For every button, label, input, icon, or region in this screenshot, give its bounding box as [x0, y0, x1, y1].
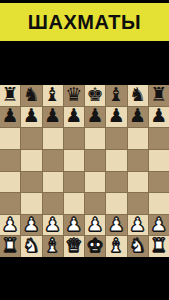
square-a6[interactable] [0, 128, 20, 149]
square-c3[interactable] [43, 193, 63, 214]
square-b6[interactable] [21, 128, 41, 149]
square-f3[interactable] [106, 193, 126, 214]
black-pawn: ♟ [108, 107, 125, 126]
square-c5[interactable] [43, 150, 63, 171]
square-a4[interactable] [0, 172, 20, 193]
black-pawn: ♟ [150, 107, 167, 126]
square-f2[interactable]: ♟ [106, 215, 126, 236]
square-e4[interactable] [85, 172, 105, 193]
square-g8[interactable]: ♞ [128, 85, 148, 106]
square-g7[interactable]: ♟ [128, 107, 148, 128]
white-pawn: ♟ [65, 215, 82, 234]
square-d6[interactable] [64, 128, 84, 149]
square-d4[interactable] [64, 172, 84, 193]
square-h8[interactable]: ♜ [149, 85, 169, 106]
square-d2[interactable]: ♟ [64, 215, 84, 236]
app-header: ШАХМАТЫ [0, 3, 169, 41]
black-pawn: ♟ [44, 107, 61, 126]
square-f6[interactable] [106, 128, 126, 149]
square-a1[interactable]: ♜ [0, 236, 20, 257]
square-f8[interactable]: ♝ [106, 85, 126, 106]
square-e6[interactable] [85, 128, 105, 149]
square-d7[interactable]: ♟ [64, 107, 84, 128]
square-c1[interactable]: ♝ [43, 236, 63, 257]
square-h1[interactable]: ♜ [149, 236, 169, 257]
square-d1[interactable]: ♛ [64, 236, 84, 257]
black-pawn: ♟ [129, 107, 146, 126]
app-screen: ШАХМАТЫ ♜♞♝♛♚♝♞♜♟♟♟♟♟♟♟♟♟♟♟♟♟♟♟♟♜♞♝♛♚♝♞♜ [0, 0, 169, 300]
square-h6[interactable] [149, 128, 169, 149]
square-e1[interactable]: ♚ [85, 236, 105, 257]
black-bishop: ♝ [44, 85, 61, 104]
square-d5[interactable] [64, 150, 84, 171]
square-c4[interactable] [43, 172, 63, 193]
black-knight: ♞ [23, 85, 40, 104]
white-knight: ♞ [23, 236, 40, 255]
square-f7[interactable]: ♟ [106, 107, 126, 128]
black-rook: ♜ [2, 85, 19, 104]
white-bishop: ♝ [44, 236, 61, 255]
square-b2[interactable]: ♟ [21, 215, 41, 236]
square-e7[interactable]: ♟ [85, 107, 105, 128]
app-title: ШАХМАТЫ [28, 11, 141, 34]
square-g3[interactable] [128, 193, 148, 214]
board-top-gap [0, 41, 169, 85]
white-pawn: ♟ [150, 215, 167, 234]
square-h7[interactable]: ♟ [149, 107, 169, 128]
square-e2[interactable]: ♟ [85, 215, 105, 236]
white-queen: ♛ [65, 236, 82, 255]
square-b1[interactable]: ♞ [21, 236, 41, 257]
chess-board: ♜♞♝♛♚♝♞♜♟♟♟♟♟♟♟♟♟♟♟♟♟♟♟♟♜♞♝♛♚♝♞♜ [0, 85, 169, 257]
black-pawn: ♟ [2, 107, 19, 126]
square-b4[interactable] [21, 172, 41, 193]
square-f1[interactable]: ♝ [106, 236, 126, 257]
square-b3[interactable] [21, 193, 41, 214]
white-pawn: ♟ [44, 215, 61, 234]
square-h2[interactable]: ♟ [149, 215, 169, 236]
white-rook: ♜ [150, 236, 167, 255]
square-c6[interactable] [43, 128, 63, 149]
square-h3[interactable] [149, 193, 169, 214]
black-pawn: ♟ [65, 107, 82, 126]
square-a2[interactable]: ♟ [0, 215, 20, 236]
white-pawn: ♟ [23, 215, 40, 234]
square-a5[interactable] [0, 150, 20, 171]
square-c2[interactable]: ♟ [43, 215, 63, 236]
square-b7[interactable]: ♟ [21, 107, 41, 128]
black-pawn: ♟ [87, 107, 104, 126]
black-king: ♚ [87, 85, 104, 104]
white-pawn: ♟ [87, 215, 104, 234]
square-h5[interactable] [149, 150, 169, 171]
square-a3[interactable] [0, 193, 20, 214]
black-queen: ♛ [65, 85, 82, 104]
square-g1[interactable]: ♞ [128, 236, 148, 257]
square-b8[interactable]: ♞ [21, 85, 41, 106]
square-c8[interactable]: ♝ [43, 85, 63, 106]
square-h4[interactable] [149, 172, 169, 193]
black-bishop: ♝ [108, 85, 125, 104]
square-f4[interactable] [106, 172, 126, 193]
square-a8[interactable]: ♜ [0, 85, 20, 106]
square-a7[interactable]: ♟ [0, 107, 20, 128]
black-knight: ♞ [129, 85, 146, 104]
white-pawn: ♟ [2, 215, 19, 234]
black-rook: ♜ [150, 85, 167, 104]
white-pawn: ♟ [129, 215, 146, 234]
square-g4[interactable] [128, 172, 148, 193]
square-d3[interactable] [64, 193, 84, 214]
square-e5[interactable] [85, 150, 105, 171]
white-rook: ♜ [2, 236, 19, 255]
square-e3[interactable] [85, 193, 105, 214]
white-pawn: ♟ [108, 215, 125, 234]
square-e8[interactable]: ♚ [85, 85, 105, 106]
square-g6[interactable] [128, 128, 148, 149]
square-c7[interactable]: ♟ [43, 107, 63, 128]
square-g2[interactable]: ♟ [128, 215, 148, 236]
white-bishop: ♝ [108, 236, 125, 255]
white-king: ♚ [87, 236, 104, 255]
black-pawn: ♟ [23, 107, 40, 126]
square-f5[interactable] [106, 150, 126, 171]
square-b5[interactable] [21, 150, 41, 171]
square-d8[interactable]: ♛ [64, 85, 84, 106]
square-g5[interactable] [128, 150, 148, 171]
white-knight: ♞ [129, 236, 146, 255]
